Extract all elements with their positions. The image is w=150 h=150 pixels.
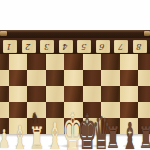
file-label-plaque: 7 bbox=[114, 40, 128, 53]
light-square bbox=[9, 54, 28, 70]
light-square bbox=[46, 86, 65, 102]
light-square bbox=[120, 86, 139, 102]
light-square bbox=[101, 70, 120, 86]
file-label-plaque: 4 bbox=[59, 40, 73, 53]
dark-square bbox=[27, 86, 46, 102]
dark-square bbox=[138, 54, 150, 70]
dark-square bbox=[9, 70, 28, 86]
white-king: ♚ bbox=[62, 106, 76, 150]
chess-set-photo: 12345678 ♟♝♞♜♝♚♚♛♜♝♜ bbox=[0, 0, 150, 150]
brass-hinge-left-icon bbox=[0, 31, 7, 36]
file-label-plaque: 6 bbox=[96, 40, 110, 53]
dark-square bbox=[27, 54, 46, 70]
dark-square bbox=[101, 86, 120, 102]
coordinate-label-strip: 12345678 bbox=[0, 38, 150, 54]
file-label: 2 bbox=[26, 42, 31, 50]
black-rook-2: ♜ bbox=[138, 123, 150, 150]
dark-square bbox=[64, 54, 83, 70]
light-square bbox=[120, 54, 139, 70]
dark-square bbox=[101, 54, 120, 70]
black-king: ♚ bbox=[77, 108, 91, 150]
dark-square bbox=[64, 86, 83, 102]
file-label-plaque: 2 bbox=[22, 40, 36, 53]
dark-square bbox=[120, 70, 139, 86]
file-label: 8 bbox=[137, 42, 142, 50]
light-square bbox=[83, 86, 102, 102]
light-square bbox=[83, 54, 102, 70]
black-rook: ♜ bbox=[105, 123, 122, 150]
file-label: 4 bbox=[63, 42, 68, 50]
file-label: 6 bbox=[100, 42, 105, 50]
light-square bbox=[27, 70, 46, 86]
file-label-plaque: 3 bbox=[40, 40, 54, 53]
white-pawn: ♟ bbox=[0, 126, 12, 150]
light-square bbox=[64, 70, 83, 86]
light-square bbox=[138, 102, 150, 118]
white-rook: ♜ bbox=[29, 123, 46, 150]
light-square bbox=[138, 70, 150, 86]
brass-hinge-right-icon bbox=[144, 31, 150, 36]
dark-square bbox=[138, 86, 150, 102]
light-square bbox=[46, 54, 65, 70]
dark-square bbox=[9, 102, 28, 118]
file-label: 5 bbox=[82, 42, 87, 50]
dark-square bbox=[83, 70, 102, 86]
dark-square bbox=[46, 70, 65, 86]
file-label: 1 bbox=[7, 42, 12, 50]
light-square bbox=[9, 86, 28, 102]
file-label: 7 bbox=[119, 42, 124, 50]
black-queen: ♛ bbox=[92, 111, 106, 150]
file-label-plaque: 8 bbox=[133, 40, 147, 53]
black-bishop: ♝ bbox=[122, 118, 137, 150]
file-label-plaque: 5 bbox=[77, 40, 91, 53]
board-top-edge bbox=[0, 30, 150, 38]
file-label-plaque: 1 bbox=[3, 40, 17, 53]
file-label: 3 bbox=[45, 42, 50, 50]
